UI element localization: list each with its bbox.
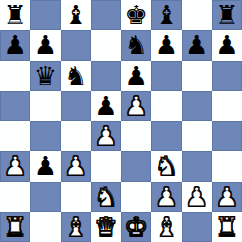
black-knight[interactable]: ♞ — [124, 32, 147, 58]
black-bishop[interactable]: ♝ — [64, 2, 87, 28]
square-h6[interactable] — [212, 61, 242, 91]
square-f6[interactable] — [151, 61, 181, 91]
square-h8[interactable]: ♜ — [212, 0, 242, 30]
square-d1[interactable]: ♛ — [91, 212, 121, 242]
square-b2[interactable] — [30, 182, 60, 212]
square-d4[interactable]: ♟ — [91, 121, 121, 151]
square-e8[interactable]: ♚ — [121, 0, 151, 30]
square-h3[interactable] — [212, 151, 242, 181]
square-a5[interactable] — [0, 91, 30, 121]
square-g6[interactable] — [182, 61, 212, 91]
square-e2[interactable] — [121, 182, 151, 212]
white-knight[interactable]: ♞ — [94, 184, 117, 210]
black-knight[interactable]: ♞ — [64, 63, 87, 89]
chess-board: ♜♝♚♝♜♟♟♞♟♟♟♛♞♟♟♟♟♟♟♟♞♞♟♟♟♜♝♛♚♝♜ — [0, 0, 242, 242]
square-f3[interactable]: ♞ — [151, 151, 181, 181]
black-rook[interactable]: ♜ — [3, 2, 26, 28]
square-d5[interactable]: ♟ — [91, 91, 121, 121]
square-b3[interactable]: ♟ — [30, 151, 60, 181]
white-pawn[interactable]: ♟ — [124, 93, 147, 119]
black-king[interactable]: ♚ — [124, 2, 147, 28]
square-f4[interactable] — [151, 121, 181, 151]
square-b5[interactable] — [30, 91, 60, 121]
square-c3[interactable]: ♟ — [61, 151, 91, 181]
black-pawn[interactable]: ♟ — [34, 153, 57, 179]
square-c7[interactable] — [61, 30, 91, 60]
square-f7[interactable]: ♟ — [151, 30, 181, 60]
square-b6[interactable]: ♛ — [30, 61, 60, 91]
square-b4[interactable] — [30, 121, 60, 151]
square-d2[interactable]: ♞ — [91, 182, 121, 212]
square-g4[interactable] — [182, 121, 212, 151]
square-e3[interactable] — [121, 151, 151, 181]
square-f2[interactable]: ♟ — [151, 182, 181, 212]
square-c2[interactable] — [61, 182, 91, 212]
square-f5[interactable] — [151, 91, 181, 121]
square-a2[interactable] — [0, 182, 30, 212]
square-g2[interactable]: ♟ — [182, 182, 212, 212]
square-a8[interactable]: ♜ — [0, 0, 30, 30]
black-pawn[interactable]: ♟ — [155, 32, 178, 58]
white-pawn[interactable]: ♟ — [94, 123, 117, 149]
black-pawn[interactable]: ♟ — [34, 32, 57, 58]
white-pawn[interactable]: ♟ — [155, 184, 178, 210]
square-f8[interactable]: ♝ — [151, 0, 181, 30]
square-d7[interactable] — [91, 30, 121, 60]
square-b1[interactable] — [30, 212, 60, 242]
square-b8[interactable] — [30, 0, 60, 30]
square-a1[interactable]: ♜ — [0, 212, 30, 242]
square-e5[interactable]: ♟ — [121, 91, 151, 121]
square-g7[interactable]: ♟ — [182, 30, 212, 60]
square-e4[interactable] — [121, 121, 151, 151]
square-b7[interactable]: ♟ — [30, 30, 60, 60]
square-e7[interactable]: ♞ — [121, 30, 151, 60]
square-h7[interactable]: ♟ — [212, 30, 242, 60]
black-pawn[interactable]: ♟ — [3, 32, 26, 58]
black-pawn[interactable]: ♟ — [185, 32, 208, 58]
white-king[interactable]: ♚ — [124, 214, 147, 240]
white-knight[interactable]: ♞ — [155, 153, 178, 179]
black-pawn[interactable]: ♟ — [124, 63, 147, 89]
square-c6[interactable]: ♞ — [61, 61, 91, 91]
white-bishop[interactable]: ♝ — [155, 214, 178, 240]
square-h5[interactable] — [212, 91, 242, 121]
square-c5[interactable] — [61, 91, 91, 121]
square-a3[interactable]: ♟ — [0, 151, 30, 181]
square-h1[interactable]: ♜ — [212, 212, 242, 242]
square-e6[interactable]: ♟ — [121, 61, 151, 91]
white-pawn[interactable]: ♟ — [185, 184, 208, 210]
square-a6[interactable] — [0, 61, 30, 91]
black-bishop[interactable]: ♝ — [155, 2, 178, 28]
square-d3[interactable] — [91, 151, 121, 181]
black-pawn[interactable]: ♟ — [94, 93, 117, 119]
square-g5[interactable] — [182, 91, 212, 121]
square-e1[interactable]: ♚ — [121, 212, 151, 242]
square-g1[interactable] — [182, 212, 212, 242]
square-a7[interactable]: ♟ — [0, 30, 30, 60]
white-rook[interactable]: ♜ — [215, 214, 238, 240]
square-f1[interactable]: ♝ — [151, 212, 181, 242]
black-rook[interactable]: ♜ — [215, 2, 238, 28]
square-c8[interactable]: ♝ — [61, 0, 91, 30]
black-pawn[interactable]: ♟ — [215, 32, 238, 58]
square-d6[interactable] — [91, 61, 121, 91]
white-queen[interactable]: ♛ — [94, 214, 117, 240]
white-pawn[interactable]: ♟ — [3, 153, 26, 179]
square-h2[interactable]: ♟ — [212, 182, 242, 212]
square-c4[interactable] — [61, 121, 91, 151]
white-rook[interactable]: ♜ — [3, 214, 26, 240]
white-pawn[interactable]: ♟ — [215, 184, 238, 210]
square-g8[interactable] — [182, 0, 212, 30]
square-h4[interactable] — [212, 121, 242, 151]
black-queen[interactable]: ♛ — [34, 63, 57, 89]
square-a4[interactable] — [0, 121, 30, 151]
white-bishop[interactable]: ♝ — [64, 214, 87, 240]
white-pawn[interactable]: ♟ — [64, 153, 87, 179]
square-g3[interactable] — [182, 151, 212, 181]
square-c1[interactable]: ♝ — [61, 212, 91, 242]
square-d8[interactable] — [91, 0, 121, 30]
